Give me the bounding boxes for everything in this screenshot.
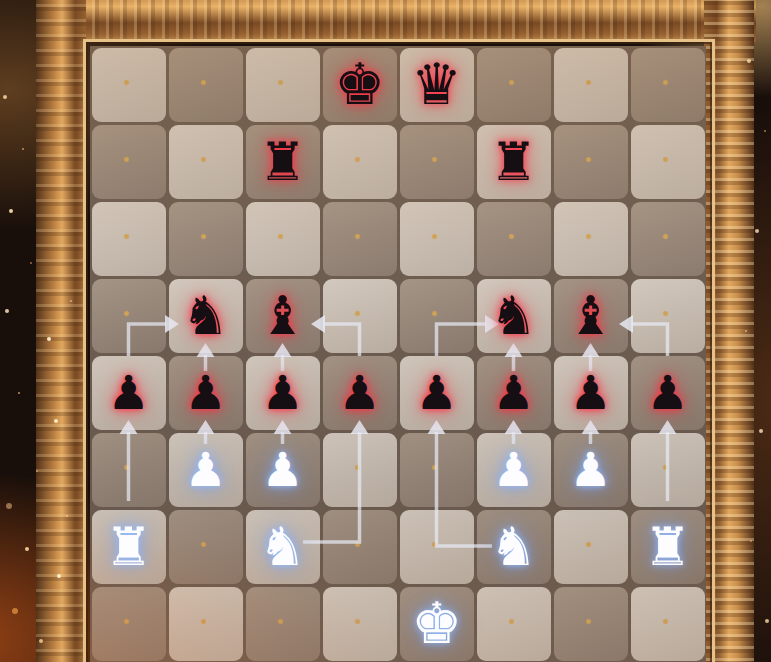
square-g2[interactable] <box>552 508 629 585</box>
piece-white-rook[interactable]: ♜ <box>629 508 706 585</box>
square-d7[interactable] <box>321 123 398 200</box>
piece-black-pawn[interactable]: ♟ <box>321 354 398 431</box>
piece-white-pawn[interactable]: ♟ <box>475 431 552 508</box>
ember-sparks-left <box>0 0 2 2</box>
square-b1[interactable] <box>167 585 244 662</box>
square-a3[interactable] <box>90 431 167 508</box>
square-e3[interactable] <box>398 431 475 508</box>
square-a1[interactable] <box>90 585 167 662</box>
square-a7[interactable] <box>90 123 167 200</box>
square-e5[interactable] <box>398 277 475 354</box>
piece-black-pawn[interactable]: ♟ <box>244 354 321 431</box>
square-d2[interactable] <box>321 508 398 585</box>
piece-white-knight[interactable]: ♞ <box>475 508 552 585</box>
square-b8[interactable] <box>167 46 244 123</box>
frame-carving <box>36 0 756 42</box>
square-f8[interactable] <box>475 46 552 123</box>
square-c6[interactable] <box>244 200 321 277</box>
square-a5[interactable] <box>90 277 167 354</box>
piece-black-pawn[interactable]: ♟ <box>552 354 629 431</box>
square-f6[interactable] <box>475 200 552 277</box>
piece-white-king[interactable]: ♚ <box>398 585 475 662</box>
square-e2[interactable] <box>398 508 475 585</box>
square-d6[interactable] <box>321 200 398 277</box>
square-a6[interactable] <box>90 200 167 277</box>
piece-black-pawn[interactable]: ♟ <box>475 354 552 431</box>
square-h7[interactable] <box>629 123 706 200</box>
square-a8[interactable] <box>90 46 167 123</box>
square-b6[interactable] <box>167 200 244 277</box>
piece-white-rook[interactable]: ♜ <box>90 508 167 585</box>
square-c1[interactable] <box>244 585 321 662</box>
square-h3[interactable] <box>629 431 706 508</box>
board-frame-left <box>36 0 86 662</box>
piece-black-bishop[interactable]: ♝ <box>552 277 629 354</box>
square-h1[interactable] <box>629 585 706 662</box>
square-g8[interactable] <box>552 46 629 123</box>
piece-black-knight[interactable]: ♞ <box>475 277 552 354</box>
square-d5[interactable] <box>321 277 398 354</box>
piece-black-knight[interactable]: ♞ <box>167 277 244 354</box>
piece-black-pawn[interactable]: ♟ <box>629 354 706 431</box>
piece-black-bishop[interactable]: ♝ <box>244 277 321 354</box>
square-g1[interactable] <box>552 585 629 662</box>
frame-carving <box>36 0 86 662</box>
square-d3[interactable] <box>321 431 398 508</box>
piece-white-pawn[interactable]: ♟ <box>244 431 321 508</box>
piece-white-pawn[interactable]: ♟ <box>167 431 244 508</box>
piece-black-rook[interactable]: ♜ <box>475 123 552 200</box>
piece-black-rook[interactable]: ♜ <box>244 123 321 200</box>
piece-black-king[interactable]: ♚ <box>321 46 398 123</box>
square-g7[interactable] <box>552 123 629 200</box>
square-b7[interactable] <box>167 123 244 200</box>
piece-black-queen[interactable]: ♛ <box>398 46 475 123</box>
chess-board: ♚♛♜♜♞♝♞♝♟♟♟♟♟♟♟♟♟♟♟♟♜♞♞♜♚ <box>90 46 706 662</box>
square-f1[interactable] <box>475 585 552 662</box>
piece-black-pawn[interactable]: ♟ <box>398 354 475 431</box>
piece-black-pawn[interactable]: ♟ <box>90 354 167 431</box>
piece-white-pawn[interactable]: ♟ <box>552 431 629 508</box>
square-e6[interactable] <box>398 200 475 277</box>
square-g6[interactable] <box>552 200 629 277</box>
square-h5[interactable] <box>629 277 706 354</box>
square-h6[interactable] <box>629 200 706 277</box>
square-d1[interactable] <box>321 585 398 662</box>
game-screen: ♚♛♜♜♞♝♞♝♟♟♟♟♟♟♟♟♟♟♟♟♜♞♞♜♚ <box>0 0 771 662</box>
board-frame-top <box>36 0 756 42</box>
piece-white-knight[interactable]: ♞ <box>244 508 321 585</box>
square-e7[interactable] <box>398 123 475 200</box>
square-b2[interactable] <box>167 508 244 585</box>
square-c8[interactable] <box>244 46 321 123</box>
square-h8[interactable] <box>629 46 706 123</box>
piece-black-pawn[interactable]: ♟ <box>167 354 244 431</box>
